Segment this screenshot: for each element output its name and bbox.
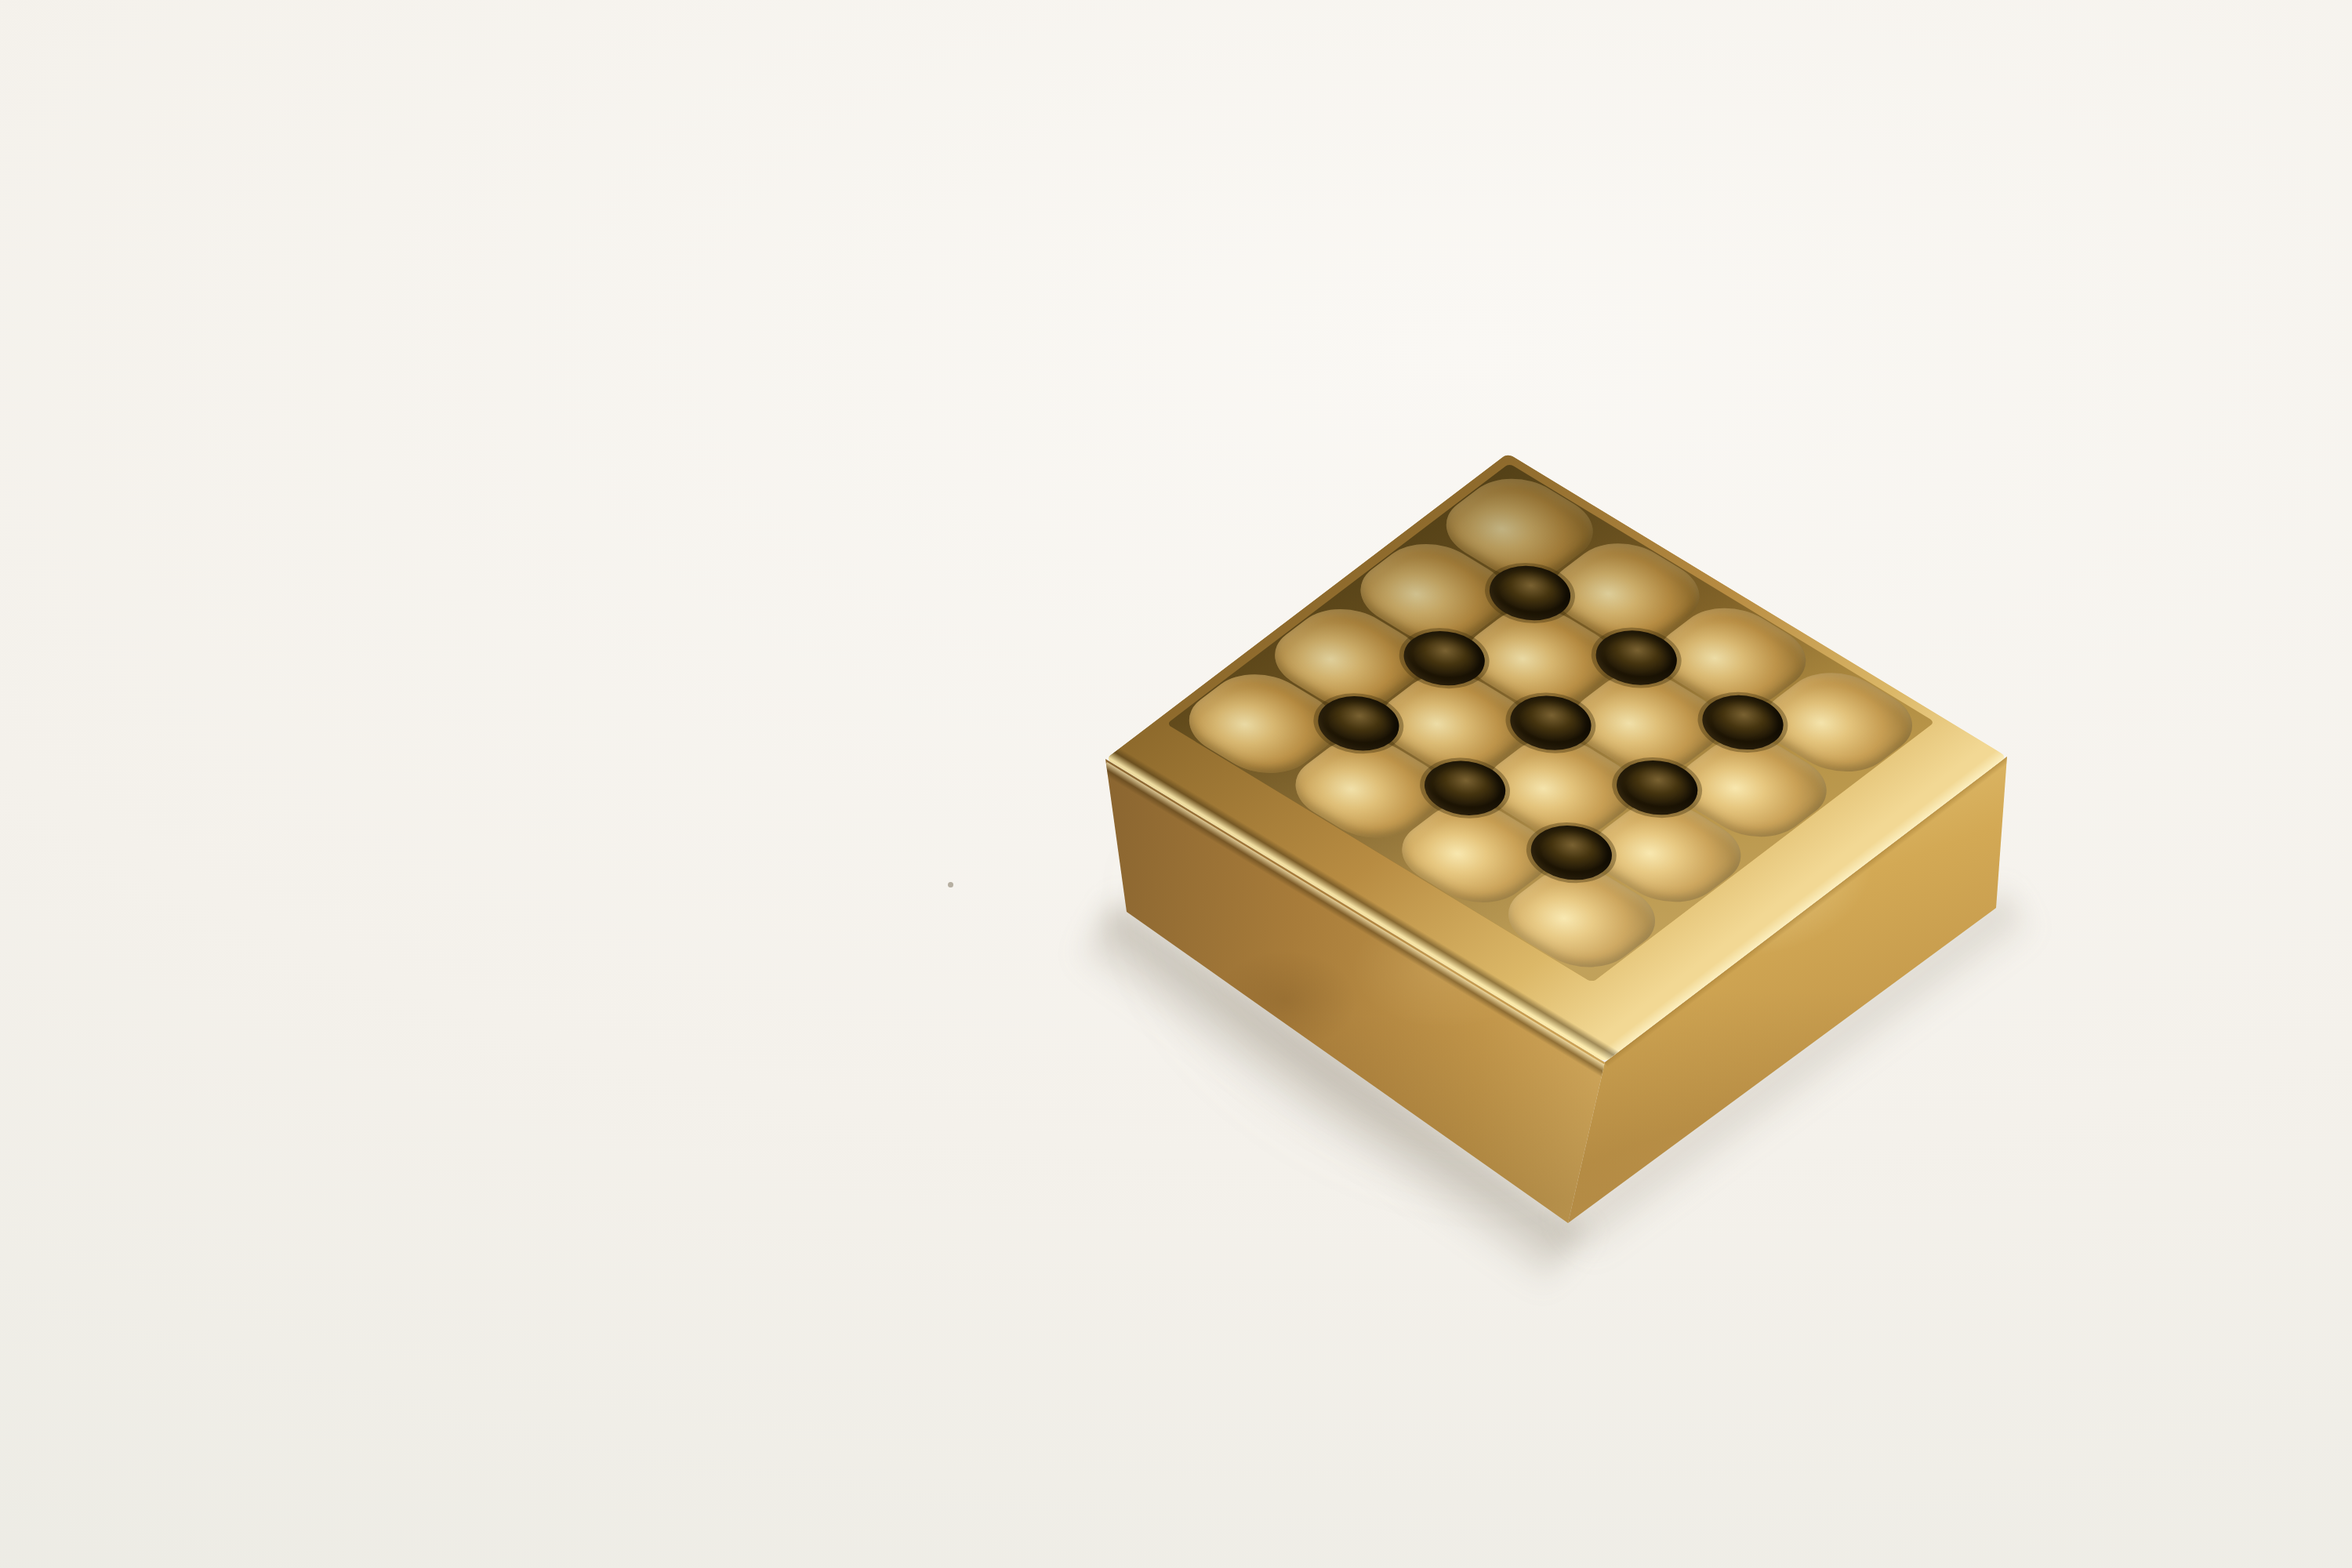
photo-canvas: [0, 0, 2352, 1568]
dust-speck: [948, 882, 953, 887]
